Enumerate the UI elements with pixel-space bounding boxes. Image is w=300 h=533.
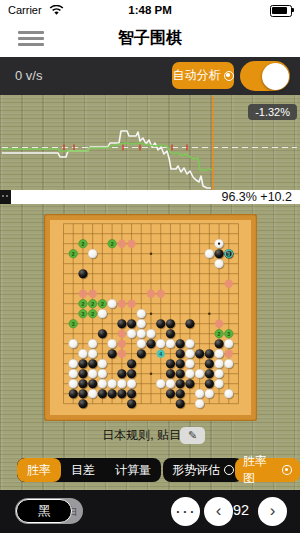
svg-text:2: 2 bbox=[101, 301, 104, 307]
next-move-button[interactable]: › bbox=[258, 497, 287, 526]
winrate-strip: 96.3% +10.2 bbox=[11, 190, 300, 204]
more-button[interactable]: • • • bbox=[171, 497, 200, 526]
svg-text:2: 2 bbox=[81, 301, 84, 307]
clock: 1:48 PM bbox=[0, 4, 300, 16]
visits-per-second: 0 v/s bbox=[15, 68, 42, 83]
auto-analysis-label: 自动分析 bbox=[173, 67, 221, 84]
svg-text:2: 2 bbox=[81, 241, 84, 247]
move-number: 92 bbox=[233, 502, 249, 518]
tab-computation[interactable]: 计算量 bbox=[105, 458, 161, 482]
chevron-left-icon: ‹ bbox=[216, 502, 222, 519]
edit-rules-button[interactable]: ✎ bbox=[180, 427, 205, 444]
metric-segmented-control: 胜率 目差 计算量 bbox=[17, 458, 161, 482]
auto-analysis-button[interactable]: 自动分析 bbox=[172, 62, 234, 89]
pencil-icon: ✎ bbox=[188, 429, 197, 441]
nav-bar: 智子围棋 bbox=[0, 20, 300, 57]
winrate-chart-button[interactable]: 胜率图 bbox=[235, 458, 300, 482]
black-side-label: 黑 bbox=[38, 503, 51, 520]
status-bar: Carrier 1:48 PM bbox=[0, 0, 300, 20]
circle-icon bbox=[224, 465, 234, 475]
svg-text:3: 3 bbox=[227, 252, 230, 257]
bottom-toolbar: 白 黑 • • • ‹ 92 › bbox=[0, 490, 300, 533]
radio-icon bbox=[224, 71, 234, 81]
situation-eval-button[interactable]: 形势评估 bbox=[163, 458, 243, 482]
analysis-toggle[interactable] bbox=[240, 61, 290, 91]
svg-text:4: 4 bbox=[159, 351, 162, 357]
winrate-chart-label: 胜率图 bbox=[243, 453, 278, 487]
toggle-knob bbox=[262, 63, 289, 90]
go-board[interactable]: 3222222323234 bbox=[44, 214, 257, 421]
svg-text:3: 3 bbox=[227, 331, 230, 337]
black-side-selected: 黑 bbox=[16, 499, 72, 523]
ellipsis-icon: • • • bbox=[177, 507, 195, 516]
analysis-toolbar: 0 v/s 自动分析 bbox=[0, 57, 300, 95]
svg-text:2: 2 bbox=[218, 331, 221, 337]
svg-text:3: 3 bbox=[81, 311, 84, 317]
radio-icon bbox=[282, 465, 292, 475]
prev-move-button[interactable]: ‹ bbox=[204, 497, 233, 526]
app-title: 智子围棋 bbox=[0, 28, 300, 49]
rules-label: 日本规则, 贴目6.5 bbox=[0, 427, 300, 445]
color-switch[interactable]: 白 黑 bbox=[15, 498, 83, 524]
tab-win-rate[interactable]: 胜率 bbox=[17, 458, 61, 482]
situation-eval-label: 形势评估 bbox=[172, 462, 220, 479]
svg-text:2: 2 bbox=[91, 301, 94, 307]
tab-point-diff[interactable]: 目差 bbox=[61, 458, 105, 482]
svg-text:2: 2 bbox=[72, 251, 75, 257]
winrate-value: 96.3% +10.2 bbox=[221, 190, 292, 204]
svg-text:2: 2 bbox=[91, 311, 94, 317]
strip-handle-icon[interactable] bbox=[0, 190, 11, 204]
delta-badge: -1.32% bbox=[248, 104, 297, 120]
svg-text:3: 3 bbox=[72, 321, 75, 327]
svg-text:2: 2 bbox=[111, 241, 114, 247]
battery-icon bbox=[270, 5, 294, 16]
chevron-right-icon: › bbox=[270, 502, 276, 519]
